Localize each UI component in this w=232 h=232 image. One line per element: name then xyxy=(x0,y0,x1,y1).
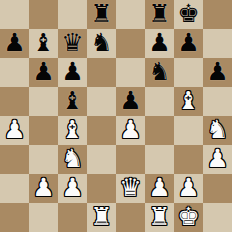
square-c1[interactable] xyxy=(58,203,87,232)
square-c2[interactable]: ♟ xyxy=(58,174,87,203)
square-f7[interactable]: ♟ xyxy=(145,29,174,58)
square-g5[interactable]: ♝ xyxy=(174,87,203,116)
square-a2[interactable] xyxy=(0,174,29,203)
piece-white-pawn-f2[interactable]: ♟ xyxy=(148,174,170,202)
piece-white-queen-e2[interactable]: ♛ xyxy=(119,174,141,202)
square-f8[interactable]: ♜ xyxy=(145,0,174,29)
square-b5[interactable] xyxy=(29,87,58,116)
piece-black-bishop-b7[interactable]: ♝ xyxy=(32,29,54,57)
square-c8[interactable] xyxy=(58,0,87,29)
piece-white-pawn-g2[interactable]: ♟ xyxy=(177,174,199,202)
square-f1[interactable]: ♜ xyxy=(145,203,174,232)
piece-black-knight-d7[interactable]: ♞ xyxy=(90,29,112,57)
square-a8[interactable] xyxy=(0,0,29,29)
piece-white-bishop-c4[interactable]: ♝ xyxy=(61,116,83,144)
square-g7[interactable]: ♟ xyxy=(174,29,203,58)
piece-white-pawn-a4[interactable]: ♟ xyxy=(3,116,25,144)
piece-black-rook-f8[interactable]: ♜ xyxy=(148,0,170,28)
square-e5[interactable]: ♟ xyxy=(116,87,145,116)
square-h7[interactable] xyxy=(203,29,232,58)
square-b8[interactable] xyxy=(29,0,58,29)
piece-black-queen-c7[interactable]: ♛ xyxy=(61,29,83,57)
square-b7[interactable]: ♝ xyxy=(29,29,58,58)
square-c3[interactable]: ♞ xyxy=(58,145,87,174)
piece-white-pawn-e4[interactable]: ♟ xyxy=(119,116,141,144)
square-c7[interactable]: ♛ xyxy=(58,29,87,58)
piece-white-pawn-c2[interactable]: ♟ xyxy=(61,174,83,202)
square-a7[interactable]: ♟ xyxy=(0,29,29,58)
piece-white-king-g1[interactable]: ♚ xyxy=(177,203,199,231)
square-e3[interactable] xyxy=(116,145,145,174)
square-d7[interactable]: ♞ xyxy=(87,29,116,58)
square-e4[interactable]: ♟ xyxy=(116,116,145,145)
piece-black-pawn-c6[interactable]: ♟ xyxy=(61,58,83,86)
square-g6[interactable] xyxy=(174,58,203,87)
piece-black-pawn-b6[interactable]: ♟ xyxy=(32,58,54,86)
square-g1[interactable]: ♚ xyxy=(174,203,203,232)
piece-white-knight-h4[interactable]: ♞ xyxy=(206,116,228,144)
square-a5[interactable] xyxy=(0,87,29,116)
square-b6[interactable]: ♟ xyxy=(29,58,58,87)
piece-black-pawn-h6[interactable]: ♟ xyxy=(206,58,228,86)
square-f3[interactable] xyxy=(145,145,174,174)
square-g4[interactable] xyxy=(174,116,203,145)
square-c5[interactable]: ♝ xyxy=(58,87,87,116)
square-d1[interactable]: ♜ xyxy=(87,203,116,232)
square-d6[interactable] xyxy=(87,58,116,87)
square-h1[interactable] xyxy=(203,203,232,232)
square-f4[interactable] xyxy=(145,116,174,145)
chess-board: ♜♜♚♟♝♛♞♟♟♟♟♞♟♝♟♝♟♝♟♞♞♟♟♟♛♟♟♜♜♚ xyxy=(0,0,232,232)
square-c4[interactable]: ♝ xyxy=(58,116,87,145)
square-g8[interactable]: ♚ xyxy=(174,0,203,29)
piece-white-knight-c3[interactable]: ♞ xyxy=(61,145,83,173)
square-b1[interactable] xyxy=(29,203,58,232)
piece-black-king-g8[interactable]: ♚ xyxy=(177,0,199,28)
square-g3[interactable] xyxy=(174,145,203,174)
square-d4[interactable] xyxy=(87,116,116,145)
piece-white-rook-d1[interactable]: ♜ xyxy=(90,203,112,231)
square-d8[interactable]: ♜ xyxy=(87,0,116,29)
square-h6[interactable]: ♟ xyxy=(203,58,232,87)
piece-black-rook-d8[interactable]: ♜ xyxy=(90,0,112,28)
piece-white-pawn-b2[interactable]: ♟ xyxy=(32,174,54,202)
square-d5[interactable] xyxy=(87,87,116,116)
piece-black-pawn-g7[interactable]: ♟ xyxy=(177,29,199,57)
square-a6[interactable] xyxy=(0,58,29,87)
square-a1[interactable] xyxy=(0,203,29,232)
square-h3[interactable]: ♟ xyxy=(203,145,232,174)
piece-black-pawn-e5[interactable]: ♟ xyxy=(119,87,141,115)
piece-black-bishop-c5[interactable]: ♝ xyxy=(61,87,83,115)
square-e8[interactable] xyxy=(116,0,145,29)
piece-white-rook-f1[interactable]: ♜ xyxy=(148,203,170,231)
square-a3[interactable] xyxy=(0,145,29,174)
square-f5[interactable] xyxy=(145,87,174,116)
piece-black-knight-f6[interactable]: ♞ xyxy=(148,58,170,86)
square-h8[interactable] xyxy=(203,0,232,29)
piece-white-pawn-h3[interactable]: ♟ xyxy=(206,145,228,173)
square-a4[interactable]: ♟ xyxy=(0,116,29,145)
square-b2[interactable]: ♟ xyxy=(29,174,58,203)
square-f6[interactable]: ♞ xyxy=(145,58,174,87)
square-c6[interactable]: ♟ xyxy=(58,58,87,87)
square-d3[interactable] xyxy=(87,145,116,174)
piece-black-pawn-a7[interactable]: ♟ xyxy=(3,29,25,57)
square-h2[interactable] xyxy=(203,174,232,203)
square-e6[interactable] xyxy=(116,58,145,87)
square-e7[interactable] xyxy=(116,29,145,58)
piece-black-pawn-f7[interactable]: ♟ xyxy=(148,29,170,57)
square-g2[interactable]: ♟ xyxy=(174,174,203,203)
piece-white-bishop-g5[interactable]: ♝ xyxy=(177,87,199,115)
square-h5[interactable] xyxy=(203,87,232,116)
square-b4[interactable] xyxy=(29,116,58,145)
square-b3[interactable] xyxy=(29,145,58,174)
square-f2[interactable]: ♟ xyxy=(145,174,174,203)
square-e1[interactable] xyxy=(116,203,145,232)
square-h4[interactable]: ♞ xyxy=(203,116,232,145)
square-d2[interactable] xyxy=(87,174,116,203)
square-e2[interactable]: ♛ xyxy=(116,174,145,203)
